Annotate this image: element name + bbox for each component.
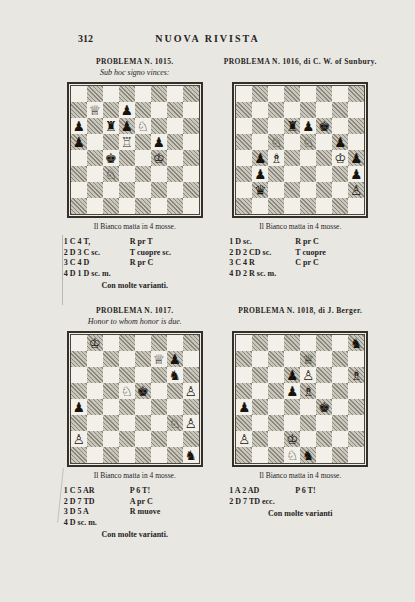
board-square bbox=[284, 198, 300, 214]
white-king-icon: ♔ bbox=[87, 335, 103, 351]
board-square bbox=[183, 198, 199, 214]
board-square: ♙ bbox=[183, 383, 199, 399]
board-square: ♟ bbox=[71, 118, 87, 134]
board-square bbox=[300, 150, 316, 166]
board-square: ♛ bbox=[252, 182, 268, 198]
board-square bbox=[135, 399, 151, 415]
board-square bbox=[87, 367, 103, 383]
white-move: 2 D 7 TD ecc. bbox=[229, 497, 295, 508]
black-pawn-icon: ♟ bbox=[300, 118, 316, 134]
board-square: ♞ bbox=[348, 335, 364, 351]
solution-row: 4 D 1 D sc. m. bbox=[64, 269, 206, 280]
board-square bbox=[103, 367, 119, 383]
board-square bbox=[167, 399, 183, 415]
board-square bbox=[183, 335, 199, 351]
solution-row: 1 A 2 ADP 6 T! bbox=[229, 486, 371, 497]
board-square bbox=[252, 134, 268, 150]
board-square: ♜ bbox=[103, 118, 119, 134]
board-square bbox=[236, 351, 252, 367]
board-square: ♟ bbox=[332, 134, 348, 150]
black-reply: A pr C bbox=[130, 497, 153, 508]
white-move: 1 A 2 AD bbox=[229, 486, 295, 497]
board-square bbox=[119, 198, 135, 214]
board-square bbox=[268, 367, 284, 383]
board-square bbox=[316, 447, 332, 463]
solution-row: 2 D 7 TD ecc. bbox=[229, 497, 371, 508]
white-move: 3 C 4 R bbox=[229, 258, 295, 269]
board-square bbox=[151, 102, 167, 118]
white-bishop-icon: ♗ bbox=[268, 150, 284, 166]
black-reply: T cuopre sc. bbox=[130, 248, 171, 259]
solution-row: 4 D 2 R sc. m. bbox=[229, 269, 371, 280]
board-square bbox=[332, 431, 348, 447]
black-pawn-icon: ♟ bbox=[151, 134, 167, 150]
board-square bbox=[236, 367, 252, 383]
board-square bbox=[284, 102, 300, 118]
board-square bbox=[284, 399, 300, 415]
board-square: ♟ bbox=[252, 166, 268, 182]
board-square: ♙ bbox=[236, 431, 252, 447]
board-square bbox=[268, 383, 284, 399]
solution-row: 3 D 5 AR muove bbox=[64, 507, 206, 518]
board-square bbox=[284, 182, 300, 198]
board-square bbox=[135, 335, 151, 351]
board-square bbox=[119, 447, 135, 463]
mate-caption: Il Bianco matta in 4 mosse. bbox=[259, 222, 341, 231]
problem-motto: Sub hoc signo vinces: bbox=[100, 68, 170, 79]
mate-caption: Il Bianco matta in 4 mosse. bbox=[259, 471, 341, 480]
board-square bbox=[151, 383, 167, 399]
board-square: ♘ bbox=[135, 118, 151, 134]
board-square bbox=[103, 182, 119, 198]
board-square bbox=[135, 447, 151, 463]
board-square bbox=[348, 198, 364, 214]
board-square bbox=[119, 399, 135, 415]
board-square bbox=[300, 399, 316, 415]
board-square bbox=[119, 182, 135, 198]
board-square bbox=[119, 166, 135, 182]
board-square bbox=[236, 447, 252, 463]
board-square bbox=[268, 198, 284, 214]
white-move: 4 D 2 R sc. m. bbox=[229, 269, 295, 280]
white-queen-icon: ♕ bbox=[151, 351, 167, 367]
board-square bbox=[252, 447, 268, 463]
solution-moves: 1 C 5 ARP 6 T!2 D 7 TDA pr C3 D 5 AR muo… bbox=[64, 486, 206, 528]
board-square bbox=[300, 335, 316, 351]
board-square: ♟ bbox=[151, 134, 167, 150]
board-square bbox=[167, 383, 183, 399]
solution-footer: Con molte varianti. bbox=[102, 281, 168, 290]
board-square bbox=[284, 166, 300, 182]
board-square: ♕ bbox=[151, 351, 167, 367]
board-square bbox=[71, 86, 87, 102]
board-square bbox=[167, 134, 183, 150]
board-square bbox=[316, 166, 332, 182]
board-square bbox=[268, 118, 284, 134]
white-knight-icon: ♘ bbox=[300, 134, 316, 150]
black-pawn-icon: ♟ bbox=[236, 399, 252, 415]
board-square bbox=[87, 415, 103, 431]
board-square bbox=[183, 399, 199, 415]
board-square: ♙ bbox=[183, 415, 199, 431]
board-square bbox=[268, 447, 284, 463]
board-square: ♔ bbox=[87, 335, 103, 351]
board-square bbox=[348, 383, 364, 399]
board-square bbox=[236, 86, 252, 102]
board-square bbox=[236, 182, 252, 198]
white-move: 3 C 4 D bbox=[64, 258, 130, 269]
board-square bbox=[183, 351, 199, 367]
board-square bbox=[348, 134, 364, 150]
board-square bbox=[103, 198, 119, 214]
white-move: 3 D 5 A bbox=[64, 507, 130, 518]
board-square bbox=[332, 86, 348, 102]
black-pawn-icon: ♟ bbox=[119, 102, 135, 118]
board-square bbox=[236, 166, 252, 182]
board-square bbox=[348, 447, 364, 463]
board-square: ♙ bbox=[348, 182, 364, 198]
board-square bbox=[103, 86, 119, 102]
board-square bbox=[87, 134, 103, 150]
board-square bbox=[316, 150, 332, 166]
board-square bbox=[151, 118, 167, 134]
board-square bbox=[252, 367, 268, 383]
board-square bbox=[348, 351, 364, 367]
board-square bbox=[284, 86, 300, 102]
black-reply: R pr T bbox=[130, 237, 153, 248]
board-square bbox=[252, 102, 268, 118]
board-square: ♘ bbox=[284, 447, 300, 463]
white-knight-icon: ♘ bbox=[284, 447, 300, 463]
board-square bbox=[135, 166, 151, 182]
board-square bbox=[71, 415, 87, 431]
board-square bbox=[87, 399, 103, 415]
solution-row: 4 D sc. m. bbox=[64, 518, 206, 529]
board-square: ♟ bbox=[119, 118, 135, 134]
board-square bbox=[183, 367, 199, 383]
white-pawn-icon: ♙ bbox=[183, 383, 199, 399]
board-square bbox=[71, 102, 87, 118]
board-square bbox=[348, 102, 364, 118]
board-square: ♟ bbox=[284, 383, 300, 399]
board-square bbox=[300, 102, 316, 118]
board-square bbox=[183, 150, 199, 166]
white-pawn-icon: ♙ bbox=[183, 415, 199, 431]
board-square: ♚ bbox=[135, 383, 151, 399]
board-square bbox=[151, 335, 167, 351]
white-move: 1 C 5 AR bbox=[64, 486, 130, 497]
black-pawn-icon: ♟ bbox=[71, 399, 87, 415]
board-square bbox=[284, 150, 300, 166]
board-square bbox=[103, 102, 119, 118]
black-pawn-icon: ♟ bbox=[284, 367, 300, 383]
board-square bbox=[119, 415, 135, 431]
board-square: ♔ bbox=[332, 150, 348, 166]
board-square bbox=[183, 431, 199, 447]
board-square bbox=[167, 447, 183, 463]
solution-row: 2 D 7 TDA pr C bbox=[64, 497, 206, 508]
board-square bbox=[87, 447, 103, 463]
board-square bbox=[300, 182, 316, 198]
board-square bbox=[316, 198, 332, 214]
board-square: ♙ bbox=[300, 367, 316, 383]
solution-row: 1 D sc.R pr C bbox=[229, 237, 371, 248]
board-square bbox=[332, 415, 348, 431]
white-king-icon: ♔ bbox=[284, 431, 300, 447]
white-knight-icon: ♘ bbox=[167, 415, 183, 431]
board-square bbox=[119, 351, 135, 367]
board-square bbox=[316, 134, 332, 150]
board-square: ♕ bbox=[87, 102, 103, 118]
board-square bbox=[236, 383, 252, 399]
board-square bbox=[268, 351, 284, 367]
black-pawn-icon: ♟ bbox=[252, 166, 268, 182]
black-king-icon: ♚ bbox=[316, 118, 332, 134]
board-square bbox=[183, 166, 199, 182]
black-reply: T cuopre bbox=[295, 248, 326, 259]
board-square bbox=[348, 415, 364, 431]
board-square bbox=[316, 86, 332, 102]
board-square: ♜ bbox=[284, 118, 300, 134]
board-square bbox=[268, 335, 284, 351]
board-square bbox=[103, 134, 119, 150]
board-square bbox=[252, 431, 268, 447]
board-square bbox=[71, 335, 87, 351]
board-square: ♞ bbox=[300, 447, 316, 463]
black-king-icon: ♚ bbox=[135, 383, 151, 399]
board-square bbox=[300, 431, 316, 447]
board-square bbox=[284, 415, 300, 431]
solution-row: 3 C 4 DR pr C bbox=[64, 258, 206, 269]
white-king-icon: ♔ bbox=[151, 150, 167, 166]
board-square: ♘ bbox=[300, 134, 316, 150]
black-rook-icon: ♜ bbox=[103, 118, 119, 134]
board-square bbox=[332, 198, 348, 214]
board-square bbox=[332, 383, 348, 399]
chess-board: ♞♕♟♙♗♟♗♟♚♙♔♘♞ bbox=[235, 334, 365, 464]
black-king-icon: ♚ bbox=[103, 150, 119, 166]
board-square bbox=[316, 335, 332, 351]
black-pawn-icon: ♟ bbox=[252, 150, 268, 166]
board-square: ♚ bbox=[316, 399, 332, 415]
black-knight-icon: ♞ bbox=[167, 367, 183, 383]
board-square bbox=[300, 198, 316, 214]
board-square bbox=[71, 198, 87, 214]
solution-row: 3 C 4 RC pr C bbox=[229, 258, 371, 269]
board-square bbox=[300, 166, 316, 182]
problem-motto: Honor to whom honor is due. bbox=[88, 317, 182, 328]
board-square bbox=[316, 182, 332, 198]
board-square: ♘ bbox=[103, 166, 119, 182]
board-square bbox=[332, 166, 348, 182]
black-reply: R muove bbox=[130, 507, 160, 518]
board-square bbox=[252, 118, 268, 134]
board-square: ♔ bbox=[151, 150, 167, 166]
white-knight-icon: ♘ bbox=[119, 383, 135, 399]
board-square bbox=[135, 150, 151, 166]
chess-board: ♜♟♚♘♘♟♟♗♔♟♟♟♛♙ bbox=[235, 85, 365, 215]
chess-board-frame: ♕♟♟♜♟♘♟♖♟♚♔♘ bbox=[67, 82, 203, 218]
board-square bbox=[316, 415, 332, 431]
board-square bbox=[103, 431, 119, 447]
board-square bbox=[167, 182, 183, 198]
board-square bbox=[151, 166, 167, 182]
black-pawn-icon: ♟ bbox=[284, 383, 300, 399]
board-square bbox=[71, 383, 87, 399]
board-square bbox=[151, 447, 167, 463]
black-queen-icon: ♛ bbox=[252, 182, 268, 198]
solution-row: 2 D 2 CD sc.T cuopre bbox=[229, 248, 371, 259]
problem-1017: PROBLEMA N. 1017. Honor to whom honor is… bbox=[56, 306, 214, 539]
board-square bbox=[103, 399, 119, 415]
problem-title: PROBLEMA N. 1016, di C. W. of Sunbury. bbox=[224, 57, 377, 66]
black-reply: C pr C bbox=[295, 258, 318, 269]
board-square bbox=[268, 431, 284, 447]
white-move: 4 D sc. m. bbox=[64, 518, 130, 529]
chess-board: ♔♕♟♞♘♚♙♟♘♙♙♞ bbox=[70, 334, 200, 464]
white-knight-icon: ♘ bbox=[135, 118, 151, 134]
board-square: ♟ bbox=[119, 102, 135, 118]
problem-1018: PROBLEMA N. 1018, di J. Berger. ♞♕♟♙♗♟♗♟… bbox=[222, 306, 380, 539]
board-square bbox=[135, 86, 151, 102]
board-square bbox=[236, 118, 252, 134]
board-square bbox=[151, 415, 167, 431]
problem-title: PROBLEMA N. 1015. bbox=[96, 57, 174, 66]
board-square bbox=[252, 415, 268, 431]
board-square: ♖ bbox=[119, 134, 135, 150]
board-square bbox=[135, 134, 151, 150]
white-move: 4 D 1 D sc. m. bbox=[64, 269, 130, 280]
board-square bbox=[135, 431, 151, 447]
black-pawn-icon: ♟ bbox=[71, 134, 87, 150]
board-square bbox=[332, 335, 348, 351]
white-pawn-icon: ♙ bbox=[71, 431, 87, 447]
board-square bbox=[87, 383, 103, 399]
board-square bbox=[332, 102, 348, 118]
board-square bbox=[252, 335, 268, 351]
board-square bbox=[167, 86, 183, 102]
solution-row: 2 D 3 C sc.T cuopre sc. bbox=[64, 248, 206, 259]
board-square bbox=[236, 335, 252, 351]
board-square bbox=[135, 182, 151, 198]
black-reply: R pr C bbox=[295, 237, 318, 248]
board-square bbox=[252, 86, 268, 102]
black-pawn-icon: ♟ bbox=[167, 351, 183, 367]
mate-caption: Il Bianco matta in 4 mosse. bbox=[94, 222, 176, 231]
solution-footer: Con molte varianti. bbox=[102, 530, 168, 539]
white-move: 2 D 2 CD sc. bbox=[229, 248, 295, 259]
board-square bbox=[151, 431, 167, 447]
board-square bbox=[332, 447, 348, 463]
problem-title: PROBLEMA N. 1017. bbox=[96, 306, 174, 315]
board-square bbox=[316, 383, 332, 399]
board-square bbox=[87, 150, 103, 166]
board-square bbox=[332, 399, 348, 415]
board-square bbox=[167, 431, 183, 447]
board-square bbox=[348, 86, 364, 102]
board-square bbox=[268, 166, 284, 182]
board-square bbox=[135, 367, 151, 383]
board-square: ♟ bbox=[348, 150, 364, 166]
board-square bbox=[87, 86, 103, 102]
white-knight-icon: ♘ bbox=[268, 134, 284, 150]
board-square bbox=[348, 118, 364, 134]
board-square bbox=[183, 134, 199, 150]
board-square bbox=[252, 383, 268, 399]
board-square bbox=[151, 198, 167, 214]
white-pawn-icon: ♙ bbox=[300, 367, 316, 383]
board-square bbox=[236, 415, 252, 431]
board-square bbox=[87, 118, 103, 134]
board-square bbox=[300, 86, 316, 102]
board-square: ♟ bbox=[71, 134, 87, 150]
board-square bbox=[252, 399, 268, 415]
board-square bbox=[135, 198, 151, 214]
board-square bbox=[87, 166, 103, 182]
board-square bbox=[236, 102, 252, 118]
board-square bbox=[151, 86, 167, 102]
board-square: ♘ bbox=[119, 383, 135, 399]
board-square bbox=[87, 182, 103, 198]
board-square bbox=[332, 351, 348, 367]
board-square bbox=[183, 182, 199, 198]
chess-board-frame: ♜♟♚♘♘♟♟♗♔♟♟♟♛♙ bbox=[232, 82, 368, 218]
white-pawn-icon: ♙ bbox=[236, 431, 252, 447]
board-square: ♗ bbox=[348, 367, 364, 383]
board-square bbox=[348, 431, 364, 447]
white-move: 2 D 3 C sc. bbox=[64, 248, 130, 259]
journal-title: NUOVA RIVISTA bbox=[0, 33, 415, 44]
solution-row: 1 C 4 T,R pr T bbox=[64, 237, 206, 248]
board-square bbox=[236, 134, 252, 150]
white-king-icon: ♔ bbox=[332, 150, 348, 166]
board-square bbox=[268, 86, 284, 102]
white-queen-icon: ♕ bbox=[300, 351, 316, 367]
black-knight-icon: ♞ bbox=[183, 447, 199, 463]
white-pawn-icon: ♙ bbox=[348, 182, 364, 198]
chess-board: ♕♟♟♜♟♘♟♖♟♚♔♘ bbox=[70, 85, 200, 215]
board-square bbox=[151, 399, 167, 415]
board-square bbox=[87, 431, 103, 447]
board-square: ♟ bbox=[348, 166, 364, 182]
board-square bbox=[183, 86, 199, 102]
board-square bbox=[71, 351, 87, 367]
black-pawn-icon: ♟ bbox=[332, 134, 348, 150]
black-pawn-icon: ♟ bbox=[71, 118, 87, 134]
board-square bbox=[332, 367, 348, 383]
board-square bbox=[268, 399, 284, 415]
white-bishop-icon: ♗ bbox=[300, 383, 316, 399]
board-square bbox=[332, 182, 348, 198]
solution-footer: Con molte varianti bbox=[268, 509, 332, 518]
board-square bbox=[332, 118, 348, 134]
board-square: ♘ bbox=[167, 415, 183, 431]
solution-moves: 1 D sc.R pr C2 D 2 CD sc.T cuopre3 C 4 R… bbox=[229, 237, 371, 279]
board-square: ♟ bbox=[71, 399, 87, 415]
problems-grid: PROBLEMA N. 1015. Sub hoc signo vinces: … bbox=[56, 57, 379, 539]
board-square: ♚ bbox=[316, 118, 332, 134]
board-square bbox=[135, 351, 151, 367]
board-square: ♙ bbox=[71, 431, 87, 447]
board-square bbox=[183, 118, 199, 134]
board-square bbox=[135, 102, 151, 118]
board-square bbox=[103, 335, 119, 351]
board-square bbox=[103, 415, 119, 431]
board-square bbox=[236, 150, 252, 166]
board-square bbox=[236, 198, 252, 214]
black-knight-icon: ♞ bbox=[300, 447, 316, 463]
board-square bbox=[284, 351, 300, 367]
